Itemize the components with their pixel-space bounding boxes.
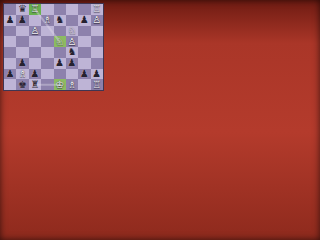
square-g5[interactable] xyxy=(78,36,90,47)
black-pawn-a7: ♟ xyxy=(6,15,15,25)
square-h4[interactable] xyxy=(91,47,103,58)
square-c8[interactable]: ♖ xyxy=(29,4,41,15)
square-e3[interactable]: ♟ xyxy=(54,58,66,69)
square-d4[interactable] xyxy=(41,47,53,58)
square-e4[interactable] xyxy=(54,47,66,58)
white-knight-f6: ♘ xyxy=(68,26,77,36)
square-b4[interactable] xyxy=(16,47,28,58)
square-h2[interactable]: ♟ xyxy=(91,69,103,80)
square-a1[interactable] xyxy=(4,79,16,90)
chess-board: ♛♖♖♟♟♗♞♟♙♙♘♘♙♞♟♟♟♟♗♟♟♟♚♜♔♗♖ xyxy=(4,4,103,90)
square-f1[interactable]: ♗ xyxy=(66,79,78,90)
square-f7[interactable] xyxy=(66,15,78,26)
square-h5[interactable] xyxy=(91,36,103,47)
square-f6[interactable]: ♘ xyxy=(66,26,78,37)
square-d2[interactable] xyxy=(41,69,53,80)
board-frame: ♛♖♖♟♟♗♞♟♙♙♘♘♙♞♟♟♟♟♗♟♟♟♚♜♔♗♖ xyxy=(0,0,107,94)
white-pawn-c6: ♙ xyxy=(30,26,39,36)
black-pawn-a2: ♟ xyxy=(6,69,15,79)
square-h8[interactable]: ♖ xyxy=(91,4,103,15)
white-pawn-f5: ♙ xyxy=(68,37,77,47)
square-b8[interactable]: ♛ xyxy=(16,4,28,15)
square-f8[interactable] xyxy=(66,4,78,15)
square-h3[interactable] xyxy=(91,58,103,69)
square-b5[interactable] xyxy=(16,36,28,47)
black-pawn-h2: ♟ xyxy=(92,69,101,79)
square-f3[interactable]: ♟ xyxy=(66,58,78,69)
square-e2[interactable] xyxy=(54,69,66,80)
square-b3[interactable]: ♟ xyxy=(16,58,28,69)
square-d7[interactable]: ♗ xyxy=(41,15,53,26)
square-c4[interactable] xyxy=(29,47,41,58)
black-pawn-b7: ♟ xyxy=(18,15,27,25)
square-f5[interactable]: ♙ xyxy=(66,36,78,47)
square-h7[interactable]: ♙ xyxy=(91,15,103,26)
white-rook-h8: ♖ xyxy=(92,4,101,14)
square-b1[interactable]: ♚ xyxy=(16,79,28,90)
square-c1[interactable]: ♜ xyxy=(29,79,41,90)
square-c5[interactable] xyxy=(29,36,41,47)
square-g1[interactable] xyxy=(78,79,90,90)
black-king-b1: ♚ xyxy=(18,80,27,90)
square-d5[interactable] xyxy=(41,36,53,47)
square-d1[interactable] xyxy=(41,79,53,90)
square-c7[interactable] xyxy=(29,15,41,26)
black-pawn-g7: ♟ xyxy=(80,15,89,25)
square-a3[interactable] xyxy=(4,58,16,69)
black-pawn-b3: ♟ xyxy=(18,58,27,68)
square-h1[interactable]: ♖ xyxy=(91,79,103,90)
square-e8[interactable] xyxy=(54,4,66,15)
black-pawn-g2: ♟ xyxy=(80,69,89,79)
square-b2[interactable]: ♗ xyxy=(16,69,28,80)
square-f4[interactable]: ♞ xyxy=(66,47,78,58)
square-a7[interactable]: ♟ xyxy=(4,15,16,26)
black-rook-c1: ♜ xyxy=(30,80,39,90)
square-a4[interactable] xyxy=(4,47,16,58)
white-rook-c8: ♖ xyxy=(30,4,39,14)
square-e6[interactable] xyxy=(54,26,66,37)
square-c3[interactable] xyxy=(29,58,41,69)
square-g4[interactable] xyxy=(78,47,90,58)
square-a5[interactable] xyxy=(4,36,16,47)
white-pawn-h7: ♙ xyxy=(92,15,101,25)
square-c6[interactable]: ♙ xyxy=(29,26,41,37)
square-g8[interactable] xyxy=(78,4,90,15)
square-b6[interactable] xyxy=(16,26,28,37)
white-rook-h1: ♖ xyxy=(92,80,101,90)
white-king-e1: ♔ xyxy=(55,80,64,90)
white-bishop-d7: ♗ xyxy=(43,15,52,25)
square-a6[interactable] xyxy=(4,26,16,37)
square-a2[interactable]: ♟ xyxy=(4,69,16,80)
square-g2[interactable]: ♟ xyxy=(78,69,90,80)
square-a8[interactable] xyxy=(4,4,16,15)
square-e1[interactable]: ♔ xyxy=(54,79,66,90)
square-c2[interactable]: ♟ xyxy=(29,69,41,80)
black-queen-b8: ♛ xyxy=(18,4,27,14)
black-pawn-f3: ♟ xyxy=(68,58,77,68)
black-knight-f4: ♞ xyxy=(68,47,77,57)
square-d8[interactable] xyxy=(41,4,53,15)
black-pawn-c2: ♟ xyxy=(30,69,39,79)
square-b7[interactable]: ♟ xyxy=(16,15,28,26)
square-g6[interactable] xyxy=(78,26,90,37)
square-e7[interactable]: ♞ xyxy=(54,15,66,26)
square-g3[interactable] xyxy=(78,58,90,69)
square-f2[interactable] xyxy=(66,69,78,80)
square-e5[interactable]: ♘ xyxy=(54,36,66,47)
white-bishop-f1: ♗ xyxy=(68,80,77,90)
square-d6[interactable] xyxy=(41,26,53,37)
square-d3[interactable] xyxy=(41,58,53,69)
white-knight-e5: ♘ xyxy=(55,37,64,47)
black-pawn-e3: ♟ xyxy=(55,58,64,68)
white-bishop-b2: ♗ xyxy=(18,69,27,79)
square-g7[interactable]: ♟ xyxy=(78,15,90,26)
black-knight-e7: ♞ xyxy=(55,15,64,25)
square-h6[interactable] xyxy=(91,26,103,37)
